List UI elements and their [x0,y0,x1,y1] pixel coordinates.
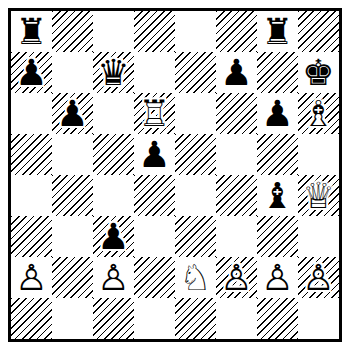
square-d6: ♖ [134,93,175,134]
square-a5 [11,134,52,175]
square-g5 [257,134,298,175]
square-b8 [52,11,93,52]
square-b4 [52,175,93,216]
square-f4 [216,175,257,216]
square-b1 [52,298,93,339]
square-c3: ♟ [93,216,134,257]
square-h1 [298,298,339,339]
square-d5: ♟ [134,134,175,175]
square-c5 [93,134,134,175]
square-e5 [175,134,216,175]
square-g2: ♙ [257,257,298,298]
square-h6: ♗ [298,93,339,134]
square-c6 [93,93,134,134]
square-a2: ♙ [11,257,52,298]
square-e2: ♘ [175,257,216,298]
piece-black-bishop: ♝ [261,178,293,214]
square-f1 [216,298,257,339]
piece-white-queen: ♕ [302,178,334,214]
square-e1 [175,298,216,339]
board-frame: ♜♜♟♛♟♚♟♖♟♗♟♝♕♟♙♙♘♙♙♙ [8,8,342,342]
square-e7 [175,52,216,93]
square-g4: ♝ [257,175,298,216]
square-a8: ♜ [11,11,52,52]
piece-black-king: ♚ [302,55,334,91]
square-b2 [52,257,93,298]
square-b5 [52,134,93,175]
square-b3 [52,216,93,257]
piece-black-pawn: ♟ [138,137,170,173]
square-e4 [175,175,216,216]
square-g6: ♟ [257,93,298,134]
square-d2 [134,257,175,298]
square-h2: ♙ [298,257,339,298]
square-h8 [298,11,339,52]
square-h4: ♕ [298,175,339,216]
square-f5 [216,134,257,175]
square-d8 [134,11,175,52]
square-b7 [52,52,93,93]
square-f8 [216,11,257,52]
square-d3 [134,216,175,257]
square-e6 [175,93,216,134]
square-c7: ♛ [93,52,134,93]
piece-white-pawn: ♙ [220,260,252,296]
square-a3 [11,216,52,257]
square-h3 [298,216,339,257]
square-d7 [134,52,175,93]
square-a6 [11,93,52,134]
piece-black-pawn: ♟ [56,96,88,132]
piece-white-knight: ♘ [179,260,211,296]
square-h7: ♚ [298,52,339,93]
square-c8 [93,11,134,52]
piece-black-pawn: ♟ [15,55,47,91]
square-g3 [257,216,298,257]
square-g7 [257,52,298,93]
piece-white-pawn: ♙ [302,260,334,296]
piece-black-pawn: ♟ [261,96,293,132]
square-f3 [216,216,257,257]
chess-diagram-page: ♜♜♟♛♟♚♟♖♟♗♟♝♕♟♙♙♘♙♙♙ [0,0,350,350]
square-g1 [257,298,298,339]
square-e8 [175,11,216,52]
piece-white-pawn: ♙ [97,260,129,296]
piece-white-pawn: ♙ [261,260,293,296]
square-c4 [93,175,134,216]
square-e3 [175,216,216,257]
piece-black-rook: ♜ [15,14,47,50]
square-d4 [134,175,175,216]
piece-white-pawn: ♙ [15,260,47,296]
square-f6 [216,93,257,134]
square-f7: ♟ [216,52,257,93]
square-c2: ♙ [93,257,134,298]
piece-white-rook: ♖ [138,96,170,132]
square-f2: ♙ [216,257,257,298]
square-h5 [298,134,339,175]
piece-black-pawn: ♟ [220,55,252,91]
piece-black-queen: ♛ [97,55,129,91]
square-d1 [134,298,175,339]
piece-black-rook: ♜ [261,14,293,50]
piece-black-pawn: ♟ [97,219,129,255]
square-a1 [11,298,52,339]
square-a7: ♟ [11,52,52,93]
square-c1 [93,298,134,339]
square-g8: ♜ [257,11,298,52]
chess-board: ♜♜♟♛♟♚♟♖♟♗♟♝♕♟♙♙♘♙♙♙ [11,11,339,339]
piece-white-bishop: ♗ [302,96,334,132]
square-a4 [11,175,52,216]
square-b6: ♟ [52,93,93,134]
